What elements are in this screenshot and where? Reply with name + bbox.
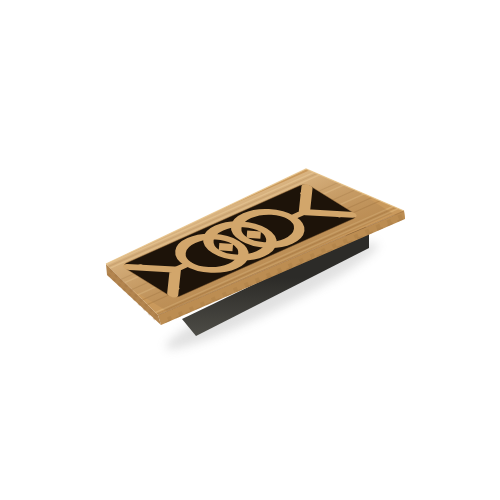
floor-register-illustration xyxy=(0,0,500,500)
product-photo xyxy=(0,0,500,500)
